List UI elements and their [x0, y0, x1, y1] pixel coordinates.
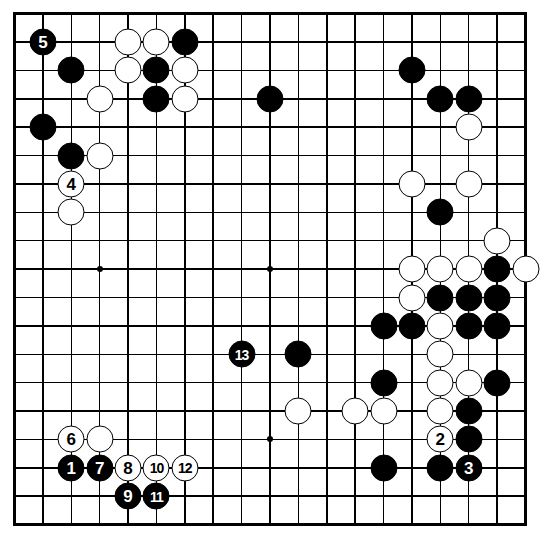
- intersection-F18: [142, 28, 170, 56]
- intersection-L10: [284, 255, 312, 283]
- intersection-O7: [369, 340, 397, 368]
- intersection-N5: [341, 397, 369, 425]
- white-stone: [370, 398, 397, 425]
- intersection-K6: [256, 368, 284, 396]
- intersection-A7: [0, 340, 28, 368]
- intersection-O17: [369, 56, 397, 84]
- intersection-G14: [171, 141, 199, 169]
- intersection-P18: [398, 28, 426, 56]
- intersection-R11: [455, 227, 483, 255]
- intersection-T17: [511, 56, 539, 84]
- black-stone-move-7: 7: [86, 454, 113, 481]
- intersection-Q9: [426, 283, 454, 311]
- intersection-R18: [455, 28, 483, 56]
- intersection-A5: [0, 397, 28, 425]
- white-stone: [427, 312, 454, 339]
- intersection-A14: [0, 141, 28, 169]
- intersection-T16: [511, 85, 539, 113]
- black-stone: [370, 454, 397, 481]
- intersection-M7: [313, 340, 341, 368]
- black-stone: [427, 85, 454, 112]
- intersection-A10: [0, 255, 28, 283]
- intersection-J12: [227, 198, 255, 226]
- intersection-E13: [114, 170, 142, 198]
- intersection-Q4: 2: [426, 425, 454, 453]
- intersection-P15: [398, 113, 426, 141]
- intersection-A3: [0, 454, 28, 482]
- intersection-Q5: [426, 397, 454, 425]
- black-stone-move-1: 1: [58, 454, 85, 481]
- intersection-J10: [227, 255, 255, 283]
- white-stone: [171, 85, 198, 112]
- intersection-R12: [455, 198, 483, 226]
- black-stone: [370, 312, 397, 339]
- intersection-P6: [398, 368, 426, 396]
- black-stone: [484, 284, 511, 311]
- intersection-G17: [171, 56, 199, 84]
- black-stone: [370, 369, 397, 396]
- black-stone-move-3: 3: [455, 454, 482, 481]
- intersection-B3: [29, 454, 57, 482]
- intersection-G11: [171, 227, 199, 255]
- white-stone-move-12: 12: [171, 454, 198, 481]
- intersection-S5: [483, 397, 511, 425]
- intersection-D18: [85, 28, 113, 56]
- intersection-D11: [85, 227, 113, 255]
- black-stone: [58, 142, 85, 169]
- intersection-P7: [398, 340, 426, 368]
- intersection-Q2: [426, 482, 454, 510]
- intersection-K9: [256, 283, 284, 311]
- intersection-P16: [398, 85, 426, 113]
- white-stone: [86, 426, 113, 453]
- intersection-Q17: [426, 56, 454, 84]
- black-stone: [484, 369, 511, 396]
- intersection-L14: [284, 141, 312, 169]
- intersection-O9: [369, 283, 397, 311]
- intersection-G8: [171, 312, 199, 340]
- intersection-C2: [57, 482, 85, 510]
- white-stone: [398, 170, 425, 197]
- intersection-A12: [0, 198, 28, 226]
- intersection-P12: [398, 198, 426, 226]
- intersection-N10: [341, 255, 369, 283]
- intersection-H18: [199, 28, 227, 56]
- intersection-T19: [511, 0, 539, 28]
- white-stone: [398, 256, 425, 283]
- intersection-S6: [483, 368, 511, 396]
- intersection-C6: [57, 368, 85, 396]
- intersection-Q11: [426, 227, 454, 255]
- white-stone-move-2: 2: [427, 426, 454, 453]
- intersection-L17: [284, 56, 312, 84]
- intersection-P3: [398, 454, 426, 482]
- white-stone: [285, 398, 312, 425]
- intersection-R15: [455, 113, 483, 141]
- intersection-Q19: [426, 0, 454, 28]
- intersection-E10: [114, 255, 142, 283]
- intersection-S13: [483, 170, 511, 198]
- intersection-E5: [114, 397, 142, 425]
- intersection-R8: [455, 312, 483, 340]
- intersection-S14: [483, 141, 511, 169]
- intersection-K14: [256, 141, 284, 169]
- intersection-D19: [85, 0, 113, 28]
- intersection-G1: [171, 510, 199, 538]
- intersection-J17: [227, 56, 255, 84]
- intersection-E9: [114, 283, 142, 311]
- intersection-O12: [369, 198, 397, 226]
- intersection-G3: 12: [171, 454, 199, 482]
- intersection-J7: 13: [227, 340, 255, 368]
- white-stone: [455, 170, 482, 197]
- intersection-A11: [0, 227, 28, 255]
- intersection-E2: 9: [114, 482, 142, 510]
- intersection-K19: [256, 0, 284, 28]
- intersection-A9: [0, 283, 28, 311]
- intersection-D14: [85, 141, 113, 169]
- intersection-N3: [341, 454, 369, 482]
- intersection-S1: [483, 510, 511, 538]
- intersection-A19: [0, 0, 28, 28]
- intersection-D17: [85, 56, 113, 84]
- black-stone: [427, 284, 454, 311]
- intersection-D5: [85, 397, 113, 425]
- intersection-O11: [369, 227, 397, 255]
- intersection-F11: [142, 227, 170, 255]
- intersection-P13: [398, 170, 426, 198]
- intersection-F4: [142, 425, 170, 453]
- intersection-F1: [142, 510, 170, 538]
- go-board: 54136217810123911: [0, 0, 539, 539]
- intersection-T5: [511, 397, 539, 425]
- intersection-Q14: [426, 141, 454, 169]
- intersection-F9: [142, 283, 170, 311]
- intersection-H10: [199, 255, 227, 283]
- white-stone: [427, 256, 454, 283]
- intersection-M4: [313, 425, 341, 453]
- black-stone: [455, 284, 482, 311]
- intersection-K7: [256, 340, 284, 368]
- intersection-L16: [284, 85, 312, 113]
- intersection-B1: [29, 510, 57, 538]
- intersection-D4: [85, 425, 113, 453]
- star-point: [267, 436, 273, 442]
- intersection-M10: [313, 255, 341, 283]
- intersection-K1: [256, 510, 284, 538]
- intersection-L7: [284, 340, 312, 368]
- intersection-E7: [114, 340, 142, 368]
- black-stone: [427, 199, 454, 226]
- intersection-C3: 1: [57, 454, 85, 482]
- intersection-G16: [171, 85, 199, 113]
- intersection-B2: [29, 482, 57, 510]
- intersection-D12: [85, 198, 113, 226]
- intersection-N19: [341, 0, 369, 28]
- intersection-T15: [511, 113, 539, 141]
- intersection-F13: [142, 170, 170, 198]
- intersection-R17: [455, 56, 483, 84]
- intersection-F14: [142, 141, 170, 169]
- intersection-J8: [227, 312, 255, 340]
- intersection-C9: [57, 283, 85, 311]
- star-point: [267, 266, 273, 272]
- intersection-D9: [85, 283, 113, 311]
- intersection-B9: [29, 283, 57, 311]
- black-stone: [398, 57, 425, 84]
- intersection-J6: [227, 368, 255, 396]
- intersection-Q7: [426, 340, 454, 368]
- intersection-G18: [171, 28, 199, 56]
- intersection-B7: [29, 340, 57, 368]
- intersection-B6: [29, 368, 57, 396]
- intersection-H1: [199, 510, 227, 538]
- intersection-M6: [313, 368, 341, 396]
- intersection-L12: [284, 198, 312, 226]
- intersection-C16: [57, 85, 85, 113]
- intersection-T8: [511, 312, 539, 340]
- intersection-C5: [57, 397, 85, 425]
- intersection-H2: [199, 482, 227, 510]
- intersection-D2: [85, 482, 113, 510]
- intersection-E15: [114, 113, 142, 141]
- intersection-Q15: [426, 113, 454, 141]
- intersection-K8: [256, 312, 284, 340]
- white-stone: [58, 199, 85, 226]
- intersection-B16: [29, 85, 57, 113]
- intersection-S17: [483, 56, 511, 84]
- intersection-M17: [313, 56, 341, 84]
- intersection-J1: [227, 510, 255, 538]
- intersection-A2: [0, 482, 28, 510]
- intersection-G2: [171, 482, 199, 510]
- intersection-C15: [57, 113, 85, 141]
- intersection-N17: [341, 56, 369, 84]
- intersection-F10: [142, 255, 170, 283]
- intersection-B8: [29, 312, 57, 340]
- intersection-E14: [114, 141, 142, 169]
- intersection-E8: [114, 312, 142, 340]
- intersection-H12: [199, 198, 227, 226]
- intersection-P4: [398, 425, 426, 453]
- intersection-L18: [284, 28, 312, 56]
- white-stone: [143, 28, 170, 55]
- intersection-P17: [398, 56, 426, 84]
- intersection-G15: [171, 113, 199, 141]
- intersection-K16: [256, 85, 284, 113]
- intersection-M2: [313, 482, 341, 510]
- intersection-K15: [256, 113, 284, 141]
- intersection-N14: [341, 141, 369, 169]
- white-stone-move-6: 6: [58, 426, 85, 453]
- go-diagram-page: 54136217810123911: [0, 0, 540, 540]
- intersection-L6: [284, 368, 312, 396]
- intersection-C14: [57, 141, 85, 169]
- intersection-H3: [199, 454, 227, 482]
- intersection-C11: [57, 227, 85, 255]
- intersection-K2: [256, 482, 284, 510]
- intersection-S7: [483, 340, 511, 368]
- intersection-J19: [227, 0, 255, 28]
- black-stone-move-5: 5: [29, 28, 56, 55]
- intersection-C7: [57, 340, 85, 368]
- white-stone: [171, 57, 198, 84]
- black-stone-move-13: 13: [228, 341, 255, 368]
- intersection-M5: [313, 397, 341, 425]
- intersection-K5: [256, 397, 284, 425]
- intersection-T18: [511, 28, 539, 56]
- intersection-P8: [398, 312, 426, 340]
- white-stone-move-10: 10: [143, 454, 170, 481]
- intersection-L3: [284, 454, 312, 482]
- white-stone: [427, 398, 454, 425]
- black-stone: [455, 398, 482, 425]
- intersection-Q6: [426, 368, 454, 396]
- intersection-A6: [0, 368, 28, 396]
- intersection-E3: 8: [114, 454, 142, 482]
- intersection-K17: [256, 56, 284, 84]
- intersection-C8: [57, 312, 85, 340]
- intersection-R16: [455, 85, 483, 113]
- black-stone: [285, 341, 312, 368]
- intersection-E4: [114, 425, 142, 453]
- black-stone: [484, 256, 511, 283]
- intersection-T14: [511, 141, 539, 169]
- white-stone: [484, 227, 511, 254]
- intersection-K10: [256, 255, 284, 283]
- intersection-J2: [227, 482, 255, 510]
- intersection-R6: [455, 368, 483, 396]
- intersection-Q13: [426, 170, 454, 198]
- intersection-L13: [284, 170, 312, 198]
- intersection-G12: [171, 198, 199, 226]
- intersection-J9: [227, 283, 255, 311]
- white-stone: [115, 57, 142, 84]
- black-stone: [455, 85, 482, 112]
- intersection-Q16: [426, 85, 454, 113]
- intersection-B14: [29, 141, 57, 169]
- intersection-S2: [483, 482, 511, 510]
- black-stone: [455, 312, 482, 339]
- star-point: [97, 266, 103, 272]
- intersection-J5: [227, 397, 255, 425]
- intersection-N6: [341, 368, 369, 396]
- black-stone: [398, 312, 425, 339]
- intersection-E18: [114, 28, 142, 56]
- intersection-O18: [369, 28, 397, 56]
- intersection-B5: [29, 397, 57, 425]
- intersection-R13: [455, 170, 483, 198]
- intersection-S19: [483, 0, 511, 28]
- intersection-B19: [29, 0, 57, 28]
- intersection-B13: [29, 170, 57, 198]
- intersection-F7: [142, 340, 170, 368]
- intersection-G4: [171, 425, 199, 453]
- intersection-A1: [0, 510, 28, 538]
- intersection-G10: [171, 255, 199, 283]
- intersection-J16: [227, 85, 255, 113]
- intersection-N15: [341, 113, 369, 141]
- intersection-N13: [341, 170, 369, 198]
- intersection-O6: [369, 368, 397, 396]
- black-stone: [143, 85, 170, 112]
- intersection-H5: [199, 397, 227, 425]
- intersection-T11: [511, 227, 539, 255]
- intersection-O2: [369, 482, 397, 510]
- intersection-R5: [455, 397, 483, 425]
- intersection-L11: [284, 227, 312, 255]
- intersection-F16: [142, 85, 170, 113]
- intersection-F3: 10: [142, 454, 170, 482]
- black-stone: [427, 454, 454, 481]
- black-stone: [455, 426, 482, 453]
- white-stone: [342, 398, 369, 425]
- intersection-O3: [369, 454, 397, 482]
- intersection-O1: [369, 510, 397, 538]
- intersection-R10: [455, 255, 483, 283]
- intersection-R3: 3: [455, 454, 483, 482]
- intersection-N16: [341, 85, 369, 113]
- intersection-D3: 7: [85, 454, 113, 482]
- intersection-M18: [313, 28, 341, 56]
- intersection-K11: [256, 227, 284, 255]
- intersection-K13: [256, 170, 284, 198]
- intersection-L15: [284, 113, 312, 141]
- intersection-H9: [199, 283, 227, 311]
- intersection-K18: [256, 28, 284, 56]
- white-stone: [115, 28, 142, 55]
- intersection-B15: [29, 113, 57, 141]
- intersection-N18: [341, 28, 369, 56]
- intersection-H8: [199, 312, 227, 340]
- intersection-H14: [199, 141, 227, 169]
- intersection-J15: [227, 113, 255, 141]
- intersection-S3: [483, 454, 511, 482]
- intersection-H4: [199, 425, 227, 453]
- intersection-O10: [369, 255, 397, 283]
- intersection-L8: [284, 312, 312, 340]
- intersection-L1: [284, 510, 312, 538]
- intersection-F15: [142, 113, 170, 141]
- intersection-G7: [171, 340, 199, 368]
- intersection-F17: [142, 56, 170, 84]
- intersection-P1: [398, 510, 426, 538]
- intersection-T12: [511, 198, 539, 226]
- intersection-T3: [511, 454, 539, 482]
- intersection-G9: [171, 283, 199, 311]
- intersection-Q12: [426, 198, 454, 226]
- intersection-H7: [199, 340, 227, 368]
- intersection-J4: [227, 425, 255, 453]
- intersection-H19: [199, 0, 227, 28]
- intersection-J11: [227, 227, 255, 255]
- black-stone-move-9: 9: [115, 483, 142, 510]
- white-stone: [455, 114, 482, 141]
- intersection-M15: [313, 113, 341, 141]
- intersection-H15: [199, 113, 227, 141]
- white-stone-move-8: 8: [115, 454, 142, 481]
- intersection-N9: [341, 283, 369, 311]
- intersection-O15: [369, 113, 397, 141]
- intersection-M9: [313, 283, 341, 311]
- intersection-F6: [142, 368, 170, 396]
- intersection-H17: [199, 56, 227, 84]
- intersection-C12: [57, 198, 85, 226]
- intersection-R14: [455, 141, 483, 169]
- intersection-S11: [483, 227, 511, 255]
- intersection-D16: [85, 85, 113, 113]
- intersection-R19: [455, 0, 483, 28]
